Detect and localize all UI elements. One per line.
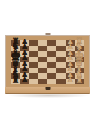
board-front-edge xyxy=(5,87,90,94)
square-a3[interactable] xyxy=(56,79,65,85)
chess-board[interactable]: ♜♟♟♜♞♟♟♞♝♟♟♝♚♟♟♚♛♟♟♛♝♟♟♝♞♟♟♞♜♟♟♜ xyxy=(6,36,89,87)
square-a6[interactable] xyxy=(29,79,38,85)
hinge-icon xyxy=(45,33,50,35)
square-a5[interactable] xyxy=(38,79,47,85)
square-a2[interactable]: ♟ xyxy=(66,79,75,85)
square-a8[interactable]: ♜ xyxy=(11,79,20,85)
black-rook-a8[interactable]: ♜ xyxy=(12,76,20,85)
square-a1[interactable]: ♜ xyxy=(75,79,84,85)
white-pawn-a2[interactable]: ♟ xyxy=(67,77,73,84)
black-pawn-a7[interactable]: ♟ xyxy=(22,77,28,84)
square-a4[interactable] xyxy=(47,79,56,85)
square-a7[interactable]: ♟ xyxy=(20,79,29,85)
product-photo: ♜♟♟♜♞♟♟♞♝♟♟♝♚♟♟♚♛♟♟♛♝♟♟♝♞♟♟♞♜♟♟♜ xyxy=(0,0,95,126)
white-rook-a1[interactable]: ♜ xyxy=(75,76,83,85)
chess-set: ♜♟♟♜♞♟♟♞♝♟♟♝♚♟♟♚♛♟♟♛♝♟♟♝♞♟♟♞♜♟♟♜ xyxy=(6,36,89,87)
clasp-icon xyxy=(45,87,50,90)
